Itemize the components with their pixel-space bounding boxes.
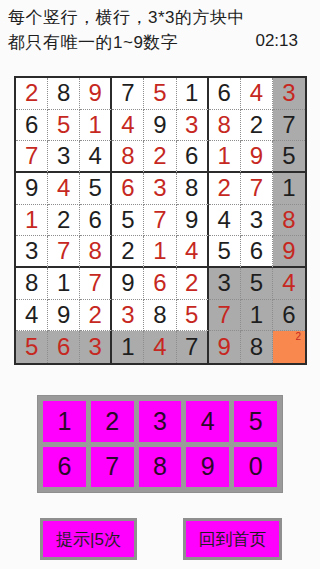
cell-r4c3[interactable]: 5 (80, 173, 112, 205)
key-1[interactable]: 1 (43, 401, 86, 442)
cell-r7c6[interactable]: 2 (177, 268, 209, 300)
cell-r9c9[interactable]: 2 (273, 331, 305, 363)
cell-r5c8[interactable]: 3 (241, 205, 273, 237)
cell-r5c1[interactable]: 1 (16, 205, 48, 237)
key-3[interactable]: 3 (139, 401, 182, 442)
cell-r7c9[interactable]: 4 (273, 268, 305, 300)
cell-r1c9[interactable]: 3 (273, 78, 305, 110)
cell-r1c8[interactable]: 4 (241, 78, 273, 110)
cell-r1c1[interactable]: 2 (16, 78, 48, 110)
cell-r5c6[interactable]: 9 (177, 205, 209, 237)
cell-r9c7[interactable]: 9 (209, 331, 241, 363)
cell-r4c5[interactable]: 3 (144, 173, 176, 205)
cell-r8c2[interactable]: 9 (48, 300, 80, 332)
cell-r6c4[interactable]: 2 (112, 236, 144, 268)
cell-r2c2[interactable]: 5 (48, 110, 80, 142)
cell-r5c5[interactable]: 7 (144, 205, 176, 237)
cell-r9c1[interactable]: 5 (16, 331, 48, 363)
cell-r2c4[interactable]: 4 (112, 110, 144, 142)
cell-r9c6[interactable]: 7 (177, 331, 209, 363)
cell-r3c9[interactable]: 5 (273, 141, 305, 173)
cell-r4c2[interactable]: 4 (48, 173, 80, 205)
cell-r5c9[interactable]: 8 (273, 205, 305, 237)
cell-r6c5[interactable]: 1 (144, 236, 176, 268)
cell-r1c6[interactable]: 1 (177, 78, 209, 110)
cell-r3c7[interactable]: 1 (209, 141, 241, 173)
cell-r1c2[interactable]: 8 (48, 78, 80, 110)
cell-r3c3[interactable]: 4 (80, 141, 112, 173)
cell-r8c5[interactable]: 8 (144, 300, 176, 332)
cell-r8c8[interactable]: 1 (241, 300, 273, 332)
cell-r8c9[interactable]: 6 (273, 300, 305, 332)
key-7[interactable]: 7 (91, 447, 134, 488)
cell-r8c1[interactable]: 4 (16, 300, 48, 332)
cell-r5c3[interactable]: 6 (80, 205, 112, 237)
cell-r8c6[interactable]: 5 (177, 300, 209, 332)
cell-r3c4[interactable]: 8 (112, 141, 144, 173)
cell-r3c6[interactable]: 6 (177, 141, 209, 173)
cell-r2c3[interactable]: 1 (80, 110, 112, 142)
cell-r6c1[interactable]: 3 (16, 236, 48, 268)
cell-r4c4[interactable]: 6 (112, 173, 144, 205)
sudoku-app: 每个竖行，横行，3*3的方块中 都只有唯一的1~9数字 02:13 289751… (0, 0, 320, 569)
cell-r6c7[interactable]: 5 (209, 236, 241, 268)
cell-r8c4[interactable]: 3 (112, 300, 144, 332)
key-9[interactable]: 9 (186, 447, 229, 488)
cell-r1c5[interactable]: 5 (144, 78, 176, 110)
number-keypad: 1234567890 (37, 395, 283, 493)
key-8[interactable]: 8 (139, 447, 182, 488)
cell-r5c4[interactable]: 5 (112, 205, 144, 237)
cell-r1c7[interactable]: 6 (209, 78, 241, 110)
cell-r2c8[interactable]: 2 (241, 110, 273, 142)
cell-r7c1[interactable]: 8 (16, 268, 48, 300)
cell-r5c2[interactable]: 2 (48, 205, 80, 237)
cell-r5c7[interactable]: 4 (209, 205, 241, 237)
cell-r9c2[interactable]: 6 (48, 331, 80, 363)
sudoku-board: 2897516436514938277348261959456382711265… (14, 76, 307, 365)
cell-r4c7[interactable]: 2 (209, 173, 241, 205)
cell-r8c3[interactable]: 2 (80, 300, 112, 332)
cell-r6c3[interactable]: 8 (80, 236, 112, 268)
cell-r4c9[interactable]: 1 (273, 173, 305, 205)
cell-r2c7[interactable]: 8 (209, 110, 241, 142)
candidate-note: 2 (295, 332, 301, 342)
cell-r6c8[interactable]: 6 (241, 236, 273, 268)
home-button[interactable]: 回到首页 (183, 518, 282, 560)
cell-r3c8[interactable]: 9 (241, 141, 273, 173)
cell-r3c5[interactable]: 2 (144, 141, 176, 173)
instruction-line2: 都只有唯一的1~9数字 (8, 31, 178, 54)
cell-r7c3[interactable]: 7 (80, 268, 112, 300)
cell-r1c3[interactable]: 9 (80, 78, 112, 110)
cell-r3c2[interactable]: 3 (48, 141, 80, 173)
timer: 02:13 (255, 31, 298, 51)
cell-r7c2[interactable]: 1 (48, 268, 80, 300)
key-0[interactable]: 0 (234, 447, 277, 488)
cell-r9c5[interactable]: 4 (144, 331, 176, 363)
key-4[interactable]: 4 (186, 401, 229, 442)
cell-r6c2[interactable]: 7 (48, 236, 80, 268)
cell-r8c7[interactable]: 7 (209, 300, 241, 332)
cell-r7c4[interactable]: 9 (112, 268, 144, 300)
cell-r9c4[interactable]: 1 (112, 331, 144, 363)
cell-r9c8[interactable]: 8 (241, 331, 273, 363)
cell-r3c1[interactable]: 7 (16, 141, 48, 173)
cell-r2c1[interactable]: 6 (16, 110, 48, 142)
key-2[interactable]: 2 (91, 401, 134, 442)
cell-r2c6[interactable]: 3 (177, 110, 209, 142)
cell-r9c3[interactable]: 3 (80, 331, 112, 363)
hint-button[interactable]: 提示|5次 (40, 518, 137, 560)
cell-r2c9[interactable]: 7 (273, 110, 305, 142)
cell-r7c8[interactable]: 5 (241, 268, 273, 300)
cell-r4c8[interactable]: 7 (241, 173, 273, 205)
key-5[interactable]: 5 (234, 401, 277, 442)
instruction-line1: 每个竖行，横行，3*3的方块中 (8, 6, 245, 29)
cell-r4c6[interactable]: 8 (177, 173, 209, 205)
cell-r7c5[interactable]: 6 (144, 268, 176, 300)
cell-r4c1[interactable]: 9 (16, 173, 48, 205)
cell-r1c4[interactable]: 7 (112, 78, 144, 110)
cell-r7c7[interactable]: 3 (209, 268, 241, 300)
cell-r2c5[interactable]: 9 (144, 110, 176, 142)
key-6[interactable]: 6 (43, 447, 86, 488)
cell-r6c6[interactable]: 4 (177, 236, 209, 268)
cell-r6c9[interactable]: 9 (273, 236, 305, 268)
